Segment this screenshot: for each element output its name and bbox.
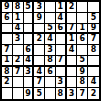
sudoku-cell-r9c5[interactable] xyxy=(45,88,56,99)
sudoku-cell-r3c7[interactable]: 7 xyxy=(67,24,78,35)
sudoku-cell-r4c6[interactable] xyxy=(56,34,67,45)
sudoku-cell-r3c4[interactable] xyxy=(34,24,45,35)
sudoku-cell-r3c8[interactable]: 1 xyxy=(77,24,88,35)
sudoku-cell-r9c2[interactable] xyxy=(13,88,24,99)
sudoku-cell-r1c5[interactable] xyxy=(45,2,56,13)
sudoku-cell-r2c1[interactable]: 6 xyxy=(2,13,13,24)
sudoku-cell-r8c8[interactable]: 8 xyxy=(77,77,88,88)
sudoku-cell-r4c3[interactable] xyxy=(24,34,35,45)
sudoku-cell-r4c1[interactable] xyxy=(2,34,13,45)
sudoku-cell-r6c8[interactable]: 5 xyxy=(77,56,88,67)
sudoku-cell-r1c3[interactable]: 5 xyxy=(24,2,35,13)
sudoku-cell-r6c6[interactable]: 7 xyxy=(56,56,67,67)
sudoku-cell-r6c1[interactable]: 1 xyxy=(2,56,13,67)
sudoku-cell-r2c7[interactable] xyxy=(67,13,78,24)
sudoku-cell-r6c4[interactable] xyxy=(34,56,45,67)
sudoku-cell-r7c6[interactable] xyxy=(56,67,67,78)
sudoku-cell-r5c9[interactable]: 8 xyxy=(88,45,99,56)
sudoku-cell-r3c3[interactable] xyxy=(24,24,35,35)
sudoku-cell-r5c6[interactable] xyxy=(56,45,67,56)
sudoku-cell-r3c5[interactable]: 5 xyxy=(45,24,56,35)
sudoku-cell-r2c9[interactable]: 5 xyxy=(88,13,99,24)
sudoku-cell-r4c4[interactable]: 2 xyxy=(34,34,45,45)
sudoku-cell-r6c7[interactable] xyxy=(67,56,78,67)
sudoku-cell-r1c7[interactable]: 2 xyxy=(67,2,78,13)
sudoku-cell-r1c4[interactable]: 3 xyxy=(34,2,45,13)
sudoku-cell-r1c9[interactable] xyxy=(88,2,99,13)
sudoku-cell-r4c9[interactable]: 7 xyxy=(88,34,99,45)
sudoku-cell-r5c1[interactable]: 7 xyxy=(2,45,13,56)
sudoku-cell-r5c4[interactable] xyxy=(34,45,45,56)
sudoku-cell-r6c3[interactable]: 4 xyxy=(24,56,35,67)
sudoku-cell-r8c2[interactable] xyxy=(13,77,24,88)
sudoku-cell-r4c7[interactable]: 1 xyxy=(67,34,78,45)
sudoku-cell-r8c9[interactable]: 4 xyxy=(88,77,99,88)
sudoku-cell-r9c7[interactable]: 3 xyxy=(67,88,78,99)
sudoku-cell-r7c3[interactable]: 3 xyxy=(24,67,35,78)
sudoku-cell-r7c8[interactable]: 9 xyxy=(77,67,88,78)
sudoku-cell-r2c8[interactable] xyxy=(77,13,88,24)
sudoku-cell-r9c3[interactable]: 9 xyxy=(24,88,35,99)
sudoku-cell-r2c4[interactable]: 9 xyxy=(34,13,45,24)
sudoku-cell-r6c5[interactable]: 8 xyxy=(45,56,56,67)
sudoku-board: 9853126194545671932416776348124875873469… xyxy=(2,2,99,99)
sudoku-cell-r7c2[interactable]: 7 xyxy=(13,67,24,78)
sudoku-cell-r2c6[interactable]: 4 xyxy=(56,13,67,24)
sudoku-cell-r1c6[interactable]: 1 xyxy=(56,2,67,13)
sudoku-cell-r9c1[interactable] xyxy=(2,88,13,99)
sudoku-cell-r8c7[interactable] xyxy=(67,77,78,88)
sudoku-cell-r3c1[interactable] xyxy=(2,24,13,35)
sudoku-cell-r2c5[interactable] xyxy=(45,13,56,24)
sudoku-cell-r9c6[interactable]: 8 xyxy=(56,88,67,99)
sudoku-board-frame: 9853126194545671932416776348124875873469… xyxy=(0,0,101,101)
sudoku-cell-r7c5[interactable]: 6 xyxy=(45,67,56,78)
sudoku-cell-r6c9[interactable] xyxy=(88,56,99,67)
sudoku-cell-r5c3[interactable]: 6 xyxy=(24,45,35,56)
sudoku-cell-r1c1[interactable]: 9 xyxy=(2,2,13,13)
sudoku-cell-r9c9[interactable]: 2 xyxy=(88,88,99,99)
sudoku-cell-r1c8[interactable] xyxy=(77,2,88,13)
sudoku-cell-r3c2[interactable]: 4 xyxy=(13,24,24,35)
sudoku-cell-r6c2[interactable]: 2 xyxy=(13,56,24,67)
sudoku-cell-r9c8[interactable]: 7 xyxy=(77,88,88,99)
sudoku-cell-r8c3[interactable] xyxy=(24,77,35,88)
sudoku-cell-r1c2[interactable]: 8 xyxy=(13,2,24,13)
sudoku-cell-r5c2[interactable] xyxy=(13,45,24,56)
sudoku-cell-r5c5[interactable]: 3 xyxy=(45,45,56,56)
sudoku-cell-r7c4[interactable]: 4 xyxy=(34,67,45,78)
sudoku-cell-r2c3[interactable] xyxy=(24,13,35,24)
sudoku-cell-r3c9[interactable]: 9 xyxy=(88,24,99,35)
sudoku-cell-r4c2[interactable]: 3 xyxy=(13,34,24,45)
sudoku-cell-r7c9[interactable] xyxy=(88,67,99,78)
sudoku-cell-r5c8[interactable] xyxy=(77,45,88,56)
sudoku-cell-r8c6[interactable]: 3 xyxy=(56,77,67,88)
sudoku-cell-r8c4[interactable]: 7 xyxy=(34,77,45,88)
sudoku-cell-r7c7[interactable] xyxy=(67,67,78,78)
sudoku-cell-r4c8[interactable]: 6 xyxy=(77,34,88,45)
sudoku-cell-r4c5[interactable]: 4 xyxy=(45,34,56,45)
sudoku-cell-r3c6[interactable]: 6 xyxy=(56,24,67,35)
sudoku-cell-r8c5[interactable] xyxy=(45,77,56,88)
sudoku-cell-r5c7[interactable]: 4 xyxy=(67,45,78,56)
sudoku-cell-r8c1[interactable]: 2 xyxy=(2,77,13,88)
sudoku-cell-r9c4[interactable]: 5 xyxy=(34,88,45,99)
sudoku-cell-r7c1[interactable]: 8 xyxy=(2,67,13,78)
sudoku-cell-r2c2[interactable]: 1 xyxy=(13,13,24,24)
